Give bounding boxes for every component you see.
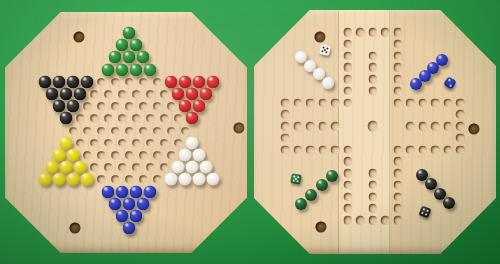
board-hole[interactable] [69, 127, 77, 135]
marble-yellow[interactable] [53, 149, 66, 162]
marble-yellow[interactable] [46, 161, 59, 174]
marble-white[interactable] [172, 161, 185, 174]
board-hole[interactable] [153, 102, 161, 110]
board-hole[interactable] [132, 139, 140, 147]
board-hole[interactable] [393, 63, 402, 72]
board-hole[interactable] [456, 110, 465, 119]
board-hole[interactable] [90, 90, 98, 98]
board-hole[interactable] [139, 78, 147, 86]
marble-red[interactable] [207, 75, 220, 88]
board-hole[interactable] [343, 157, 352, 166]
board-hole[interactable] [381, 216, 390, 225]
die-blue[interactable] [443, 76, 457, 90]
board-hole[interactable] [139, 102, 147, 110]
marble-blue[interactable] [123, 222, 136, 235]
board-hole[interactable] [393, 192, 402, 201]
board-hole[interactable] [146, 115, 154, 123]
marble-green[interactable] [102, 63, 115, 76]
board-hole[interactable] [90, 163, 98, 171]
board-hole[interactable] [393, 204, 402, 213]
board-hole[interactable] [153, 78, 161, 86]
board-hole[interactable] [146, 139, 154, 147]
board-hole[interactable] [281, 134, 290, 143]
board-hole[interactable] [306, 122, 315, 131]
marble-red[interactable] [179, 100, 192, 113]
board-hole[interactable] [167, 127, 175, 135]
board-hole[interactable] [111, 127, 119, 135]
board-hole[interactable] [368, 181, 377, 190]
marble-black[interactable] [53, 75, 66, 88]
board-hole[interactable] [418, 122, 427, 131]
marble-white[interactable] [193, 173, 206, 186]
marble-blue[interactable] [116, 210, 129, 223]
board-hole[interactable] [393, 98, 402, 107]
marble-green[interactable] [123, 27, 136, 40]
board-hole[interactable] [393, 75, 402, 84]
corner-storage-hole [316, 222, 327, 233]
board-hole[interactable] [343, 216, 352, 225]
board-hole[interactable] [318, 122, 327, 131]
marble-black[interactable] [67, 100, 80, 113]
marble-darkgreen[interactable] [326, 170, 338, 182]
board-hole[interactable] [343, 98, 352, 107]
die-pip [422, 208, 425, 211]
marble-green[interactable] [130, 63, 143, 76]
board-hole[interactable] [111, 176, 119, 184]
board-hole[interactable] [393, 181, 402, 190]
board-hole[interactable] [125, 78, 133, 86]
marble-red[interactable] [172, 88, 185, 101]
board-hole[interactable] [431, 122, 440, 131]
die-pip [297, 176, 300, 179]
board-hole[interactable] [343, 145, 352, 154]
marble-darkgreen[interactable] [316, 179, 328, 191]
marble-yellow[interactable] [60, 161, 73, 174]
marble-white[interactable] [179, 173, 192, 186]
die-darkgreen[interactable] [290, 173, 302, 185]
die-pip [425, 213, 428, 216]
die-black[interactable] [418, 205, 431, 218]
board-hole[interactable] [306, 98, 315, 107]
board-hole[interactable] [90, 115, 98, 123]
marble-green[interactable] [137, 51, 150, 64]
board-hole[interactable] [111, 102, 119, 110]
board-hole[interactable] [456, 134, 465, 143]
marble-blue[interactable] [109, 197, 122, 210]
marble-white[interactable] [322, 77, 334, 89]
marble-yellow[interactable] [81, 173, 94, 186]
marble-blue[interactable] [123, 197, 136, 210]
board-hole[interactable] [343, 28, 352, 37]
board-hole[interactable] [118, 115, 126, 123]
board-hole[interactable] [111, 151, 119, 159]
board-hole[interactable] [393, 51, 402, 60]
board-hole[interactable] [281, 110, 290, 119]
board-hole[interactable] [456, 145, 465, 154]
board-hole[interactable] [368, 28, 377, 37]
marble-black[interactable] [39, 75, 52, 88]
marble-red[interactable] [179, 75, 192, 88]
die-pip [326, 47, 329, 50]
marble-yellow[interactable] [67, 173, 80, 186]
board-hole[interactable] [160, 139, 168, 147]
board-hole[interactable] [153, 127, 161, 135]
board-hole[interactable] [406, 145, 415, 154]
marble-white[interactable] [186, 136, 199, 149]
board-hole[interactable] [104, 139, 112, 147]
board-hole[interactable] [125, 151, 133, 159]
board-hole[interactable] [456, 122, 465, 131]
marble-yellow[interactable] [60, 136, 73, 149]
die-pip [421, 212, 424, 215]
board-hole[interactable] [146, 163, 154, 171]
board-hole[interactable] [153, 151, 161, 159]
marble-black[interactable] [60, 88, 73, 101]
marble-blue[interactable] [130, 185, 143, 198]
die-pip [448, 79, 451, 82]
marble-yellow[interactable] [67, 149, 80, 162]
board-hole[interactable] [132, 163, 140, 171]
board-hole[interactable] [368, 51, 377, 60]
marble-black[interactable] [81, 75, 94, 88]
aggravation-board [254, 10, 496, 254]
marble-white[interactable] [193, 149, 206, 162]
corner-storage-hole [234, 123, 245, 134]
die-white[interactable] [319, 44, 331, 56]
board-hole[interactable] [431, 145, 440, 154]
marble-black[interactable] [60, 112, 73, 125]
board-hole[interactable] [125, 127, 133, 135]
center-hole[interactable] [367, 121, 378, 132]
board-hole[interactable] [153, 176, 161, 184]
die-pip [426, 209, 429, 212]
board-hole[interactable] [111, 78, 119, 86]
board-hole[interactable] [146, 90, 154, 98]
marble-green[interactable] [123, 51, 136, 64]
marble-darkgreen[interactable] [295, 198, 307, 210]
board-hole[interactable] [406, 98, 415, 107]
board-hole[interactable] [104, 115, 112, 123]
board-hole[interactable] [139, 176, 147, 184]
die-pip [321, 50, 324, 53]
board-hole[interactable] [160, 115, 168, 123]
marble-white[interactable] [207, 173, 220, 186]
board-hole[interactable] [104, 163, 112, 171]
board-hole[interactable] [97, 176, 105, 184]
marble-yellow[interactable] [74, 161, 87, 174]
marble-black[interactable] [74, 88, 87, 101]
board-hole[interactable] [83, 102, 91, 110]
board-hole[interactable] [331, 98, 340, 107]
board-hole[interactable] [356, 216, 365, 225]
board-hole[interactable] [318, 145, 327, 154]
chinese-checkers-board [5, 12, 247, 253]
board-hole[interactable] [306, 145, 315, 154]
board-hole[interactable] [174, 115, 182, 123]
marble-blue[interactable] [410, 78, 422, 90]
board-hole[interactable] [393, 169, 402, 178]
marble-blue[interactable] [137, 197, 150, 210]
board-hole[interactable] [83, 127, 91, 135]
marble-darkgreen[interactable] [305, 189, 317, 201]
board-hole[interactable] [97, 102, 105, 110]
marble-red[interactable] [193, 75, 206, 88]
board-hole[interactable] [393, 87, 402, 96]
green-felt-table [0, 0, 500, 264]
board-hole[interactable] [343, 63, 352, 72]
marble-green[interactable] [144, 63, 157, 76]
marble-blue[interactable] [116, 185, 129, 198]
corner-storage-hole [315, 32, 326, 43]
board-hole[interactable] [406, 122, 415, 131]
board-hole[interactable] [160, 90, 168, 98]
board-hole[interactable] [167, 151, 175, 159]
board-hole[interactable] [443, 122, 452, 131]
board-hole[interactable] [368, 169, 377, 178]
board-hole[interactable] [293, 145, 302, 154]
marble-green[interactable] [116, 39, 129, 52]
die-pip [292, 180, 295, 183]
die-pip [297, 180, 300, 183]
board-hole[interactable] [418, 145, 427, 154]
marble-red[interactable] [186, 88, 199, 101]
board-hole[interactable] [343, 192, 352, 201]
board-hole[interactable] [118, 139, 126, 147]
board-hole[interactable] [368, 192, 377, 201]
board-hole[interactable] [97, 78, 105, 86]
board-hole[interactable] [97, 127, 105, 135]
board-hole[interactable] [132, 90, 140, 98]
corner-storage-hole [70, 223, 81, 234]
marble-white[interactable] [165, 173, 178, 186]
board-hole[interactable] [160, 163, 168, 171]
board-hole[interactable] [343, 40, 352, 49]
board-hole[interactable] [97, 151, 105, 159]
marble-black[interactable] [53, 100, 66, 113]
marble-white[interactable] [200, 161, 213, 174]
board-hole[interactable] [443, 98, 452, 107]
board-hole[interactable] [125, 102, 133, 110]
marble-yellow[interactable] [39, 173, 52, 186]
board-hole[interactable] [281, 98, 290, 107]
board-hole[interactable] [90, 139, 98, 147]
board-hole[interactable] [343, 204, 352, 213]
board-hole[interactable] [368, 87, 377, 96]
board-hole[interactable] [293, 98, 302, 107]
corner-storage-hole [469, 124, 480, 135]
board-hole[interactable] [393, 157, 402, 166]
board-hole[interactable] [331, 122, 340, 131]
board-hole[interactable] [393, 40, 402, 49]
board-hole[interactable] [76, 139, 84, 147]
board-hole[interactable] [393, 145, 402, 154]
board-hole[interactable] [331, 145, 340, 154]
marble-blue[interactable] [130, 210, 143, 223]
marble-green[interactable] [130, 39, 143, 52]
marble-red[interactable] [186, 112, 199, 125]
board-hole[interactable] [181, 127, 189, 135]
marble-green[interactable] [109, 51, 122, 64]
marble-black[interactable] [443, 197, 455, 209]
board-hole[interactable] [456, 98, 465, 107]
marble-yellow[interactable] [53, 173, 66, 186]
board-hole[interactable] [368, 216, 377, 225]
marble-red[interactable] [200, 88, 213, 101]
board-hole[interactable] [104, 90, 112, 98]
board-hole[interactable] [393, 28, 402, 37]
board-hole[interactable] [118, 90, 126, 98]
board-hole[interactable] [356, 28, 365, 37]
board-hole[interactable] [368, 63, 377, 72]
board-hole[interactable] [393, 216, 402, 225]
board-hole[interactable] [381, 28, 390, 37]
board-hole[interactable] [281, 122, 290, 131]
board-hole[interactable] [343, 181, 352, 190]
board-hole[interactable] [118, 163, 126, 171]
marble-white[interactable] [186, 161, 199, 174]
marble-red[interactable] [193, 100, 206, 113]
board-hole[interactable] [418, 98, 427, 107]
board-hole[interactable] [83, 151, 91, 159]
board-hole[interactable] [343, 87, 352, 96]
marble-black[interactable] [67, 75, 80, 88]
board-hole[interactable] [368, 75, 377, 84]
board-hole[interactable] [139, 127, 147, 135]
board-hole[interactable] [125, 176, 133, 184]
board-hole[interactable] [139, 151, 147, 159]
die-pip [449, 84, 452, 87]
board-hole[interactable] [76, 115, 84, 123]
board-hole[interactable] [343, 169, 352, 178]
board-hole[interactable] [343, 51, 352, 60]
board-hole[interactable] [174, 139, 182, 147]
board-hole[interactable] [443, 145, 452, 154]
corner-storage-hole [74, 32, 85, 43]
marble-white[interactable] [179, 149, 192, 162]
board-hole[interactable] [293, 122, 302, 131]
board-hole[interactable] [368, 204, 377, 213]
marble-blue[interactable] [102, 185, 115, 198]
board-hole[interactable] [343, 75, 352, 84]
marble-red[interactable] [165, 75, 178, 88]
die-pip [325, 51, 328, 54]
marble-green[interactable] [116, 63, 129, 76]
marble-black[interactable] [46, 88, 59, 101]
marble-blue[interactable] [144, 185, 157, 198]
board-hole[interactable] [281, 145, 290, 154]
board-hole[interactable] [431, 98, 440, 107]
board-hole[interactable] [132, 115, 140, 123]
board-hole[interactable] [167, 102, 175, 110]
board-hole[interactable] [318, 98, 327, 107]
